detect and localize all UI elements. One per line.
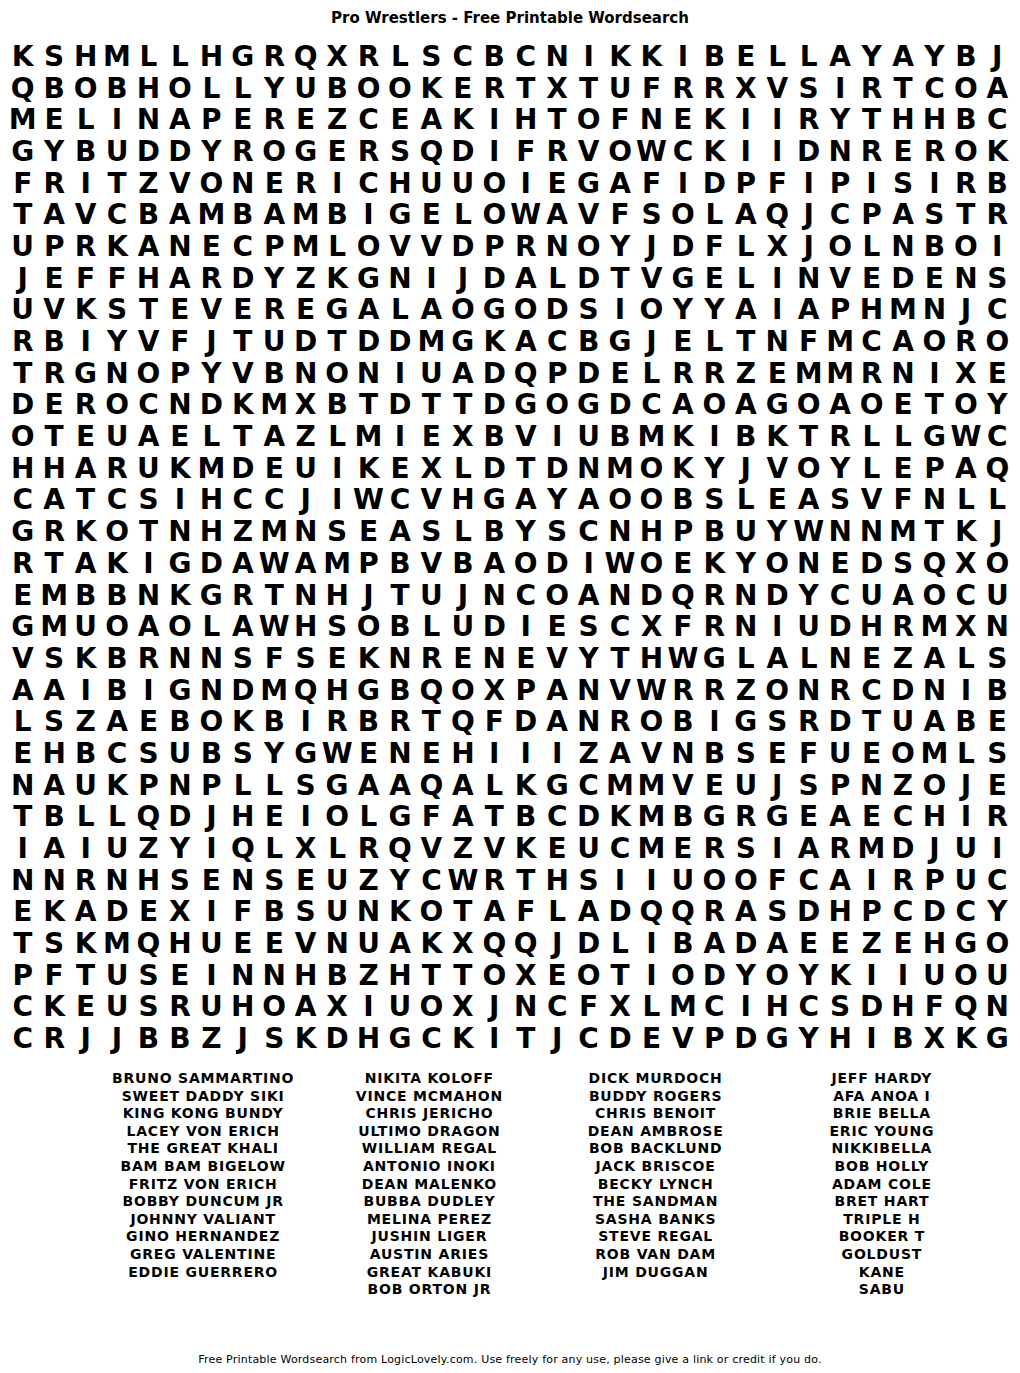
grid-cell: L: [950, 485, 981, 517]
grid-cell: M: [636, 421, 667, 453]
grid-cell: B: [667, 706, 698, 738]
word-item: DEAN AMBROSE: [543, 1123, 769, 1141]
grid-cell: A: [573, 485, 604, 517]
grid-cell: J: [70, 1023, 101, 1055]
grid-cell: D: [699, 960, 730, 992]
grid-cell: H: [919, 802, 950, 834]
grid-cell: O: [541, 390, 572, 422]
grid-cell: L: [793, 643, 824, 675]
grid-cell: N: [824, 136, 855, 168]
grid-cell: D: [636, 580, 667, 612]
grid-cell: D: [101, 897, 132, 929]
grid-cell: O: [950, 231, 981, 263]
grid-cell: O: [259, 992, 290, 1024]
grid-cell: V: [762, 73, 793, 105]
grid-cell: A: [259, 199, 290, 231]
grid-cell: L: [604, 928, 635, 960]
word-item: KANE: [769, 1264, 995, 1282]
word-item: DEAN MALENKO: [316, 1176, 542, 1194]
grid-cell: V: [133, 326, 164, 358]
grid-cell: O: [950, 73, 981, 105]
grid-cell: O: [7, 421, 38, 453]
grid-cell: P: [730, 168, 761, 200]
grid-cell: N: [384, 263, 415, 295]
grid-cell: V: [7, 643, 38, 675]
grid-cell: S: [259, 865, 290, 897]
word-item: BOB HOLLY: [769, 1158, 995, 1176]
grid-cell: D: [164, 802, 195, 834]
grid-cell: C: [982, 295, 1013, 327]
grid-cell: E: [416, 199, 447, 231]
grid-cell: P: [541, 358, 572, 390]
grid-cell: Y: [982, 897, 1013, 929]
grid-cell: O: [636, 295, 667, 327]
grid-cell: M: [196, 453, 227, 485]
grid-cell: E: [259, 802, 290, 834]
grid-cell: K: [70, 928, 101, 960]
grid-cell: C: [604, 833, 635, 865]
grid-cell: I: [604, 865, 635, 897]
grid-cell: O: [164, 73, 195, 105]
grid-cell: D: [604, 390, 635, 422]
grid-cell: K: [384, 897, 415, 929]
grid-cell: O: [699, 390, 730, 422]
grid-cell: F: [887, 485, 918, 517]
grid-cell: I: [384, 358, 415, 390]
grid-cell: R: [38, 168, 69, 200]
grid-cell: O: [573, 231, 604, 263]
grid-cell: S: [227, 643, 258, 675]
grid-cell: K: [699, 548, 730, 580]
grid-cell: B: [164, 706, 195, 738]
grid-cell: H: [290, 611, 321, 643]
grid-cell: R: [887, 865, 918, 897]
grid-cell: D: [573, 928, 604, 960]
grid-cell: R: [699, 73, 730, 105]
grid-cell: K: [667, 421, 698, 453]
grid-cell: O: [982, 548, 1013, 580]
grid-cell: I: [919, 358, 950, 390]
grid-cell: O: [793, 453, 824, 485]
grid-cell: B: [950, 41, 981, 73]
grid-cell: E: [699, 263, 730, 295]
grid-cell: B: [479, 421, 510, 453]
grid-cell: R: [259, 104, 290, 136]
grid-cell: R: [824, 833, 855, 865]
grid-cell: W: [321, 738, 352, 770]
grid-cell: A: [479, 548, 510, 580]
grid-cell: Z: [196, 1023, 227, 1055]
grid-cell: G: [7, 611, 38, 643]
grid-cell: R: [950, 326, 981, 358]
grid-cell: T: [730, 326, 761, 358]
grid-cell: M: [636, 770, 667, 802]
grid-cell: T: [7, 358, 38, 390]
grid-cell: C: [824, 580, 855, 612]
grid-cell: O: [919, 770, 950, 802]
grid-cell: O: [887, 738, 918, 770]
grid-cell: T: [416, 390, 447, 422]
grid-cell: R: [416, 643, 447, 675]
grid-cell: X: [604, 992, 635, 1024]
grid-cell: R: [38, 1023, 69, 1055]
grid-cell: Z: [353, 960, 384, 992]
grid-cell: Z: [730, 358, 761, 390]
grid-cell: C: [573, 770, 604, 802]
grid-cell: X: [164, 897, 195, 929]
grid-cell: U: [321, 897, 352, 929]
grid-cell: H: [856, 611, 887, 643]
grid-cell: F: [793, 326, 824, 358]
grid-cell: E: [730, 41, 761, 73]
grid-cell: K: [353, 453, 384, 485]
grid-cell: J: [793, 231, 824, 263]
grid-cell: I: [353, 992, 384, 1024]
grid-cell: P: [856, 199, 887, 231]
grid-cell: U: [101, 136, 132, 168]
grid-cell: Q: [290, 675, 321, 707]
grid-cell: M: [353, 421, 384, 453]
grid-cell: D: [541, 548, 572, 580]
grid-cell: Z: [856, 928, 887, 960]
word-item: BOOKER T: [769, 1228, 995, 1246]
grid-cell: R: [259, 41, 290, 73]
grid-cell: E: [636, 1023, 667, 1055]
grid-cell: F: [699, 231, 730, 263]
grid-cell: A: [887, 199, 918, 231]
grid-cell: E: [384, 453, 415, 485]
word-item: ERIC YOUNG: [769, 1123, 995, 1141]
grid-cell: B: [101, 643, 132, 675]
grid-cell: N: [196, 675, 227, 707]
grid-cell: L: [950, 643, 981, 675]
grid-cell: K: [227, 706, 258, 738]
grid-cell: W: [510, 199, 541, 231]
grid-cell: O: [793, 390, 824, 422]
word-item: JOHNNY VALIANT: [90, 1211, 316, 1229]
grid-cell: J: [982, 516, 1013, 548]
grid-cell: E: [824, 928, 855, 960]
grid-cell: Y: [824, 104, 855, 136]
grid-cell: E: [793, 928, 824, 960]
grid-cell: L: [447, 199, 478, 231]
grid-cell: N: [7, 770, 38, 802]
grid-cell: J: [290, 485, 321, 517]
grid-cell: U: [321, 865, 352, 897]
word-column-1: BRUNO SAMMARTINOSWEET DADDY SIKIKING KON…: [90, 1070, 316, 1299]
grid-cell: T: [856, 706, 887, 738]
grid-cell: I: [762, 833, 793, 865]
grid-cell: L: [730, 231, 761, 263]
grid-cell: Y: [164, 833, 195, 865]
grid-cell: K: [164, 453, 195, 485]
grid-cell: G: [479, 295, 510, 327]
grid-cell: I: [70, 168, 101, 200]
grid-cell: N: [573, 453, 604, 485]
grid-cell: N: [919, 485, 950, 517]
grid-cell: A: [541, 706, 572, 738]
grid-cell: X: [290, 833, 321, 865]
grid-cell: Q: [416, 770, 447, 802]
grid-cell: B: [259, 897, 290, 929]
grid-cell: E: [447, 643, 478, 675]
grid-cell: R: [824, 421, 855, 453]
grid-cell: L: [856, 421, 887, 453]
grid-cell: R: [259, 295, 290, 327]
grid-cell: R: [510, 231, 541, 263]
word-item: BRET HART: [769, 1193, 995, 1211]
grid-cell: I: [133, 548, 164, 580]
grid-cell: A: [762, 928, 793, 960]
word-column-2: NIKITA KOLOFFVINCE MCMAHONCHRIS JERICHOU…: [316, 1070, 542, 1299]
grid-cell: R: [541, 136, 572, 168]
grid-cell: D: [604, 897, 635, 929]
grid-cell: I: [321, 485, 352, 517]
grid-cell: O: [101, 516, 132, 548]
grid-cell: O: [541, 580, 572, 612]
grid-cell: O: [919, 326, 950, 358]
grid-cell: K: [604, 802, 635, 834]
grid-cell: R: [196, 263, 227, 295]
grid-cell: B: [982, 675, 1013, 707]
grid-cell: A: [824, 802, 855, 834]
grid-cell: U: [290, 73, 321, 105]
grid-cell: G: [950, 928, 981, 960]
grid-cell: H: [196, 516, 227, 548]
grid-cell: O: [510, 295, 541, 327]
word-item: GOLDUST: [769, 1246, 995, 1264]
grid-cell: I: [101, 104, 132, 136]
grid-cell: T: [604, 960, 635, 992]
grid-cell: B: [259, 706, 290, 738]
grid-cell: D: [164, 136, 195, 168]
grid-cell: H: [353, 1023, 384, 1055]
grid-cell: T: [510, 865, 541, 897]
grid-cell: N: [101, 865, 132, 897]
grid-cell: Q: [384, 833, 415, 865]
grid-cell: J: [950, 295, 981, 327]
grid-cell: H: [164, 928, 195, 960]
grid-cell: U: [730, 516, 761, 548]
grid-cell: I: [70, 326, 101, 358]
grid-cell: O: [950, 390, 981, 422]
grid-cell: E: [699, 770, 730, 802]
grid-cell: O: [919, 580, 950, 612]
grid-cell: N: [384, 738, 415, 770]
grid-cell: U: [950, 833, 981, 865]
word-item: ADAM COLE: [769, 1176, 995, 1194]
grid-cell: S: [982, 643, 1013, 675]
grid-cell: X: [479, 675, 510, 707]
grid-cell: U: [447, 611, 478, 643]
grid-cell: R: [38, 358, 69, 390]
word-item: AFA ANOA I: [769, 1088, 995, 1106]
grid-cell: Y: [699, 453, 730, 485]
grid-cell: A: [70, 453, 101, 485]
word-item: JEFF HARDY: [769, 1070, 995, 1088]
grid-cell: C: [856, 675, 887, 707]
grid-cell: Z: [321, 104, 352, 136]
grid-cell: U: [70, 770, 101, 802]
grid-cell: E: [7, 580, 38, 612]
grid-cell: T: [416, 706, 447, 738]
grid-cell: F: [604, 199, 635, 231]
grid-cell: X: [321, 41, 352, 73]
grid-cell: J: [101, 1023, 132, 1055]
grid-cell: V: [667, 770, 698, 802]
grid-cell: G: [7, 516, 38, 548]
grid-cell: R: [699, 833, 730, 865]
grid-cell: E: [133, 897, 164, 929]
grid-cell: D: [479, 390, 510, 422]
grid-cell: H: [196, 485, 227, 517]
wordsearch-grid: KSHMLLHGRQXRLSCBCNIKKIBELLAYAYBJQBOBHOLL…: [7, 41, 1013, 1055]
grid-cell: F: [38, 960, 69, 992]
grid-cell: A: [227, 548, 258, 580]
grid-cell: T: [321, 326, 352, 358]
grid-cell: E: [887, 453, 918, 485]
grid-cell: L: [259, 770, 290, 802]
grid-cell: H: [227, 802, 258, 834]
grid-cell: A: [919, 643, 950, 675]
grid-cell: C: [793, 865, 824, 897]
grid-cell: U: [7, 295, 38, 327]
grid-cell: R: [604, 706, 635, 738]
grid-cell: J: [541, 1023, 572, 1055]
grid-cell: T: [101, 168, 132, 200]
grid-cell: U: [101, 833, 132, 865]
grid-cell: N: [856, 770, 887, 802]
grid-cell: O: [762, 548, 793, 580]
grid-cell: J: [479, 992, 510, 1024]
grid-cell: G: [919, 421, 950, 453]
grid-cell: D: [384, 326, 415, 358]
grid-cell: V: [604, 675, 635, 707]
grid-cell: Q: [479, 928, 510, 960]
grid-cell: Y: [259, 263, 290, 295]
grid-cell: V: [416, 833, 447, 865]
grid-cell: I: [699, 421, 730, 453]
grid-cell: E: [259, 168, 290, 200]
word-item: SABU: [769, 1281, 995, 1299]
word-item: BOBBY DUNCUM JR: [90, 1193, 316, 1211]
grid-cell: E: [416, 738, 447, 770]
grid-cell: I: [856, 168, 887, 200]
grid-cell: X: [762, 231, 793, 263]
grid-cell: O: [950, 136, 981, 168]
grid-cell: Y: [824, 453, 855, 485]
grid-cell: L: [762, 41, 793, 73]
grid-cell: B: [321, 390, 352, 422]
grid-cell: E: [227, 295, 258, 327]
grid-cell: F: [70, 263, 101, 295]
grid-cell: I: [887, 960, 918, 992]
grid-cell: N: [290, 580, 321, 612]
grid-cell: I: [510, 611, 541, 643]
grid-cell: B: [604, 421, 635, 453]
word-item: BUBBA DUDLEY: [316, 1193, 542, 1211]
word-item: FRITZ VON ERICH: [90, 1176, 316, 1194]
grid-cell: F: [101, 263, 132, 295]
grid-cell: U: [982, 960, 1013, 992]
word-list: BRUNO SAMMARTINOSWEET DADDY SIKIKING KON…: [90, 1070, 995, 1299]
grid-cell: U: [604, 73, 635, 105]
grid-cell: I: [762, 104, 793, 136]
word-item: BECKY LYNCH: [543, 1176, 769, 1194]
grid-cell: G: [541, 770, 572, 802]
grid-cell: B: [38, 73, 69, 105]
word-item: NIKITA KOLOFF: [316, 1070, 542, 1088]
grid-cell: E: [196, 231, 227, 263]
grid-cell: S: [416, 516, 447, 548]
grid-cell: F: [636, 168, 667, 200]
grid-cell: I: [730, 136, 761, 168]
grid-cell: W: [259, 548, 290, 580]
grid-cell: C: [416, 1023, 447, 1055]
grid-cell: N: [164, 390, 195, 422]
grid-cell: A: [730, 390, 761, 422]
grid-cell: L: [101, 802, 132, 834]
grid-cell: A: [70, 548, 101, 580]
grid-cell: T: [919, 390, 950, 422]
grid-cell: C: [950, 897, 981, 929]
grid-cell: K: [510, 770, 541, 802]
grid-cell: Z: [290, 263, 321, 295]
grid-cell: Z: [887, 643, 918, 675]
grid-cell: T: [604, 643, 635, 675]
grid-cell: P: [699, 1023, 730, 1055]
word-item: THE SANDMAN: [543, 1193, 769, 1211]
grid-cell: N: [290, 516, 321, 548]
grid-cell: R: [101, 453, 132, 485]
grid-cell: O: [70, 73, 101, 105]
grid-cell: J: [730, 453, 761, 485]
grid-cell: O: [699, 865, 730, 897]
grid-cell: F: [164, 326, 195, 358]
grid-cell: O: [982, 928, 1013, 960]
grid-cell: D: [227, 263, 258, 295]
grid-cell: M: [259, 516, 290, 548]
grid-cell: I: [982, 833, 1013, 865]
grid-cell: O: [164, 611, 195, 643]
grid-cell: I: [636, 928, 667, 960]
grid-cell: R: [950, 168, 981, 200]
grid-cell: O: [479, 199, 510, 231]
grid-cell: T: [447, 960, 478, 992]
grid-cell: G: [384, 1023, 415, 1055]
grid-cell: N: [7, 865, 38, 897]
grid-cell: D: [196, 390, 227, 422]
grid-cell: N: [133, 104, 164, 136]
grid-cell: C: [259, 485, 290, 517]
grid-cell: I: [762, 611, 793, 643]
grid-cell: R: [227, 580, 258, 612]
grid-cell: X: [950, 611, 981, 643]
grid-cell: S: [101, 295, 132, 327]
grid-cell: B: [384, 548, 415, 580]
grid-cell: I: [919, 168, 950, 200]
grid-cell: B: [919, 231, 950, 263]
grid-cell: I: [353, 199, 384, 231]
grid-cell: C: [887, 897, 918, 929]
word-item: THE GREAT KHALI: [90, 1140, 316, 1158]
grid-cell: T: [7, 802, 38, 834]
grid-cell: G: [196, 580, 227, 612]
grid-cell: C: [510, 41, 541, 73]
grid-cell: B: [70, 580, 101, 612]
grid-cell: B: [699, 516, 730, 548]
grid-cell: B: [259, 358, 290, 390]
